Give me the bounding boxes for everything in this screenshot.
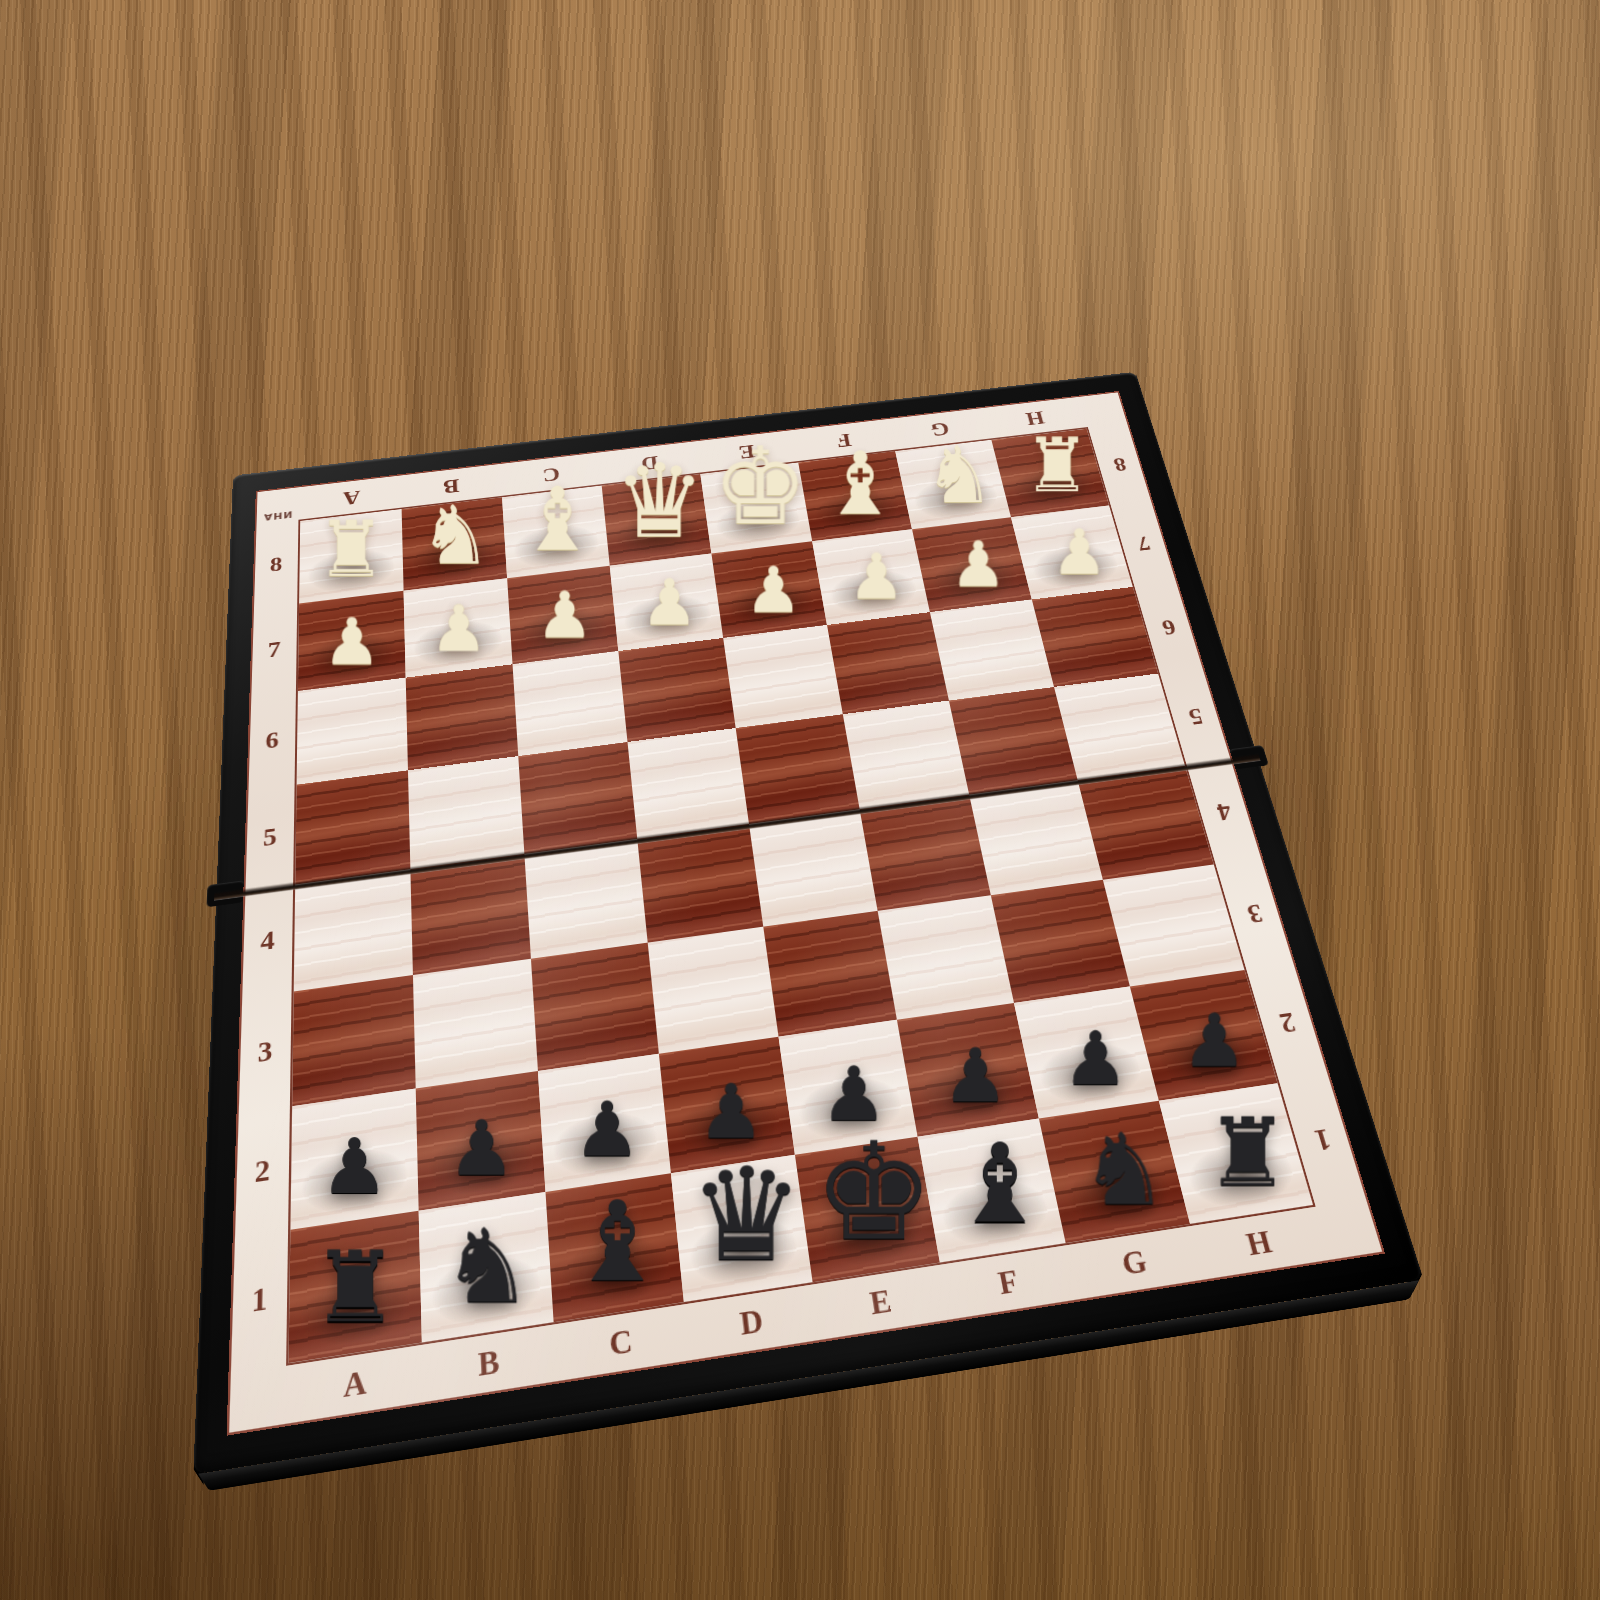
photo-vignette [0, 0, 1600, 1600]
